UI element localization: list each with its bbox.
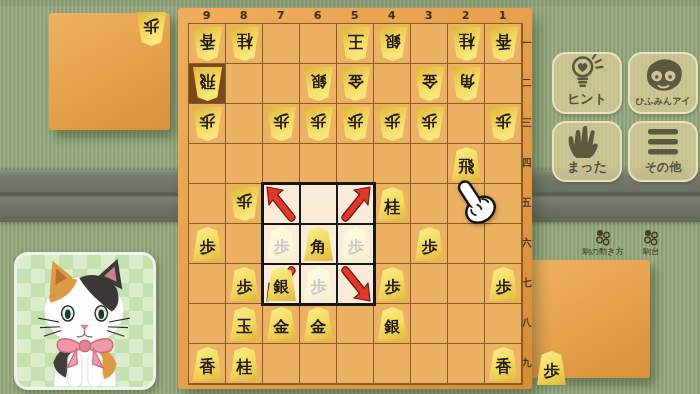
lightbulb-icon bbox=[561, 54, 613, 90]
file-label: 9 bbox=[188, 9, 225, 22]
square-4-4[interactable] bbox=[374, 144, 411, 184]
square-7-2[interactable] bbox=[263, 64, 300, 104]
square-5-8[interactable] bbox=[337, 304, 374, 344]
square-3-7[interactable] bbox=[411, 264, 448, 304]
square-3-5[interactable] bbox=[411, 184, 448, 224]
square-8-6[interactable] bbox=[226, 224, 263, 264]
square-2-8[interactable] bbox=[448, 304, 485, 344]
piece-moves-toggle[interactable]: 駒の動き方 bbox=[580, 229, 626, 257]
game-screen: 歩 歩 987654321 一二三四五六七八九 香桂王銀桂香飛銀金金角歩歩歩歩歩… bbox=[0, 0, 700, 394]
hand-cursor bbox=[448, 174, 506, 232]
other-menu-button-label: その他 bbox=[645, 159, 682, 176]
arrow-up-right-icon bbox=[337, 184, 374, 224]
square-6-4[interactable] bbox=[300, 144, 337, 184]
square-3-4[interactable] bbox=[411, 144, 448, 184]
piece-stand-toggle-label: 駒台 bbox=[643, 246, 659, 257]
hifumin-eye-button-label: ひふみんアイ bbox=[635, 95, 690, 108]
square-2-7[interactable] bbox=[448, 264, 485, 304]
square-1-8[interactable] bbox=[485, 304, 522, 344]
square-7-9[interactable] bbox=[263, 344, 300, 384]
board-columns: 987654321 bbox=[188, 9, 521, 23]
piece-moves-icon bbox=[594, 229, 612, 246]
square-7-1[interactable] bbox=[263, 24, 300, 64]
square-4-6[interactable] bbox=[374, 224, 411, 264]
square-9-8[interactable] bbox=[189, 304, 226, 344]
calico-cat-illustration bbox=[17, 255, 153, 387]
overlay-cell bbox=[337, 224, 374, 264]
square-3-9[interactable] bbox=[411, 344, 448, 384]
square-6-1[interactable] bbox=[300, 24, 337, 64]
takeback-button[interactable]: まった bbox=[552, 121, 622, 182]
square-6-9[interactable] bbox=[300, 344, 337, 384]
captured-piece-歩[interactable]: 歩 bbox=[536, 351, 567, 385]
other-menu-button[interactable]: その他 bbox=[628, 121, 698, 182]
captured-piece-歩[interactable]: 歩 bbox=[136, 12, 167, 46]
file-label: 7 bbox=[262, 9, 299, 22]
sente-captured-tray[interactable]: 歩 bbox=[530, 260, 650, 378]
square-9-5[interactable] bbox=[189, 184, 226, 224]
arrow-up-left-icon bbox=[263, 184, 300, 224]
hifumin-eye-button[interactable]: ひふみんアイ bbox=[628, 52, 698, 114]
square-2-9[interactable] bbox=[448, 344, 485, 384]
square-1-2[interactable] bbox=[485, 64, 522, 104]
square-8-3[interactable] bbox=[226, 104, 263, 144]
overlay-cell bbox=[300, 264, 337, 304]
square-9-4[interactable] bbox=[189, 144, 226, 184]
square-7-4[interactable] bbox=[263, 144, 300, 184]
file-label: 3 bbox=[410, 9, 447, 22]
player-avatar bbox=[14, 252, 156, 390]
square-8-4[interactable] bbox=[226, 144, 263, 184]
hint-button[interactable]: ヒント bbox=[552, 52, 622, 114]
file-label: 2 bbox=[447, 9, 484, 22]
file-label: 1 bbox=[484, 9, 521, 22]
piece-stand-icon bbox=[642, 229, 660, 246]
square-8-2[interactable] bbox=[226, 64, 263, 104]
square-4-2[interactable] bbox=[374, 64, 411, 104]
hint-button-label: ヒント bbox=[567, 90, 607, 108]
open-hand-icon bbox=[563, 123, 611, 158]
menu-icon bbox=[641, 125, 685, 159]
piece-moves-toggle-label: 駒の動き方 bbox=[583, 246, 623, 257]
square-3-1[interactable] bbox=[411, 24, 448, 64]
takeback-button-label: まった bbox=[567, 158, 607, 176]
file-label: 6 bbox=[299, 9, 336, 22]
square-5-4[interactable] bbox=[337, 144, 374, 184]
square-2-3[interactable] bbox=[448, 104, 485, 144]
square-9-7[interactable] bbox=[189, 264, 226, 304]
file-label: 5 bbox=[336, 9, 373, 22]
square-5-9[interactable] bbox=[337, 344, 374, 384]
gote-captured-tray[interactable]: 歩 bbox=[49, 13, 170, 130]
file-label: 4 bbox=[373, 9, 410, 22]
file-label: 8 bbox=[225, 9, 262, 22]
overlay-cell bbox=[300, 184, 337, 224]
hifumin-face-icon bbox=[638, 57, 688, 95]
overlay-cell bbox=[263, 224, 300, 264]
square-4-9[interactable] bbox=[374, 344, 411, 384]
square-3-8[interactable] bbox=[411, 304, 448, 344]
piece-stand-toggle[interactable]: 駒台 bbox=[628, 229, 674, 257]
arrow-down-right-icon bbox=[337, 264, 374, 304]
